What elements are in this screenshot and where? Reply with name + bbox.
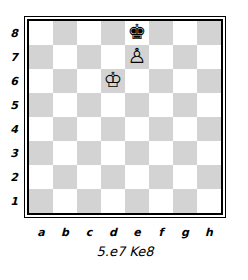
square-e5 bbox=[125, 93, 149, 117]
square-c5 bbox=[77, 93, 101, 117]
square-e4 bbox=[125, 117, 149, 141]
square-a4 bbox=[29, 117, 53, 141]
square-g7 bbox=[173, 45, 197, 69]
square-a6 bbox=[29, 69, 53, 93]
square-e3 bbox=[125, 141, 149, 165]
square-c2 bbox=[77, 165, 101, 189]
square-h3 bbox=[197, 141, 221, 165]
square-e8: ♚ bbox=[125, 21, 149, 45]
square-f8 bbox=[149, 21, 173, 45]
square-b3 bbox=[53, 141, 77, 165]
square-g2 bbox=[173, 165, 197, 189]
square-h5 bbox=[197, 93, 221, 117]
square-a1 bbox=[29, 189, 53, 213]
file-label-a: a bbox=[29, 226, 53, 239]
square-f7 bbox=[149, 45, 173, 69]
rank-labels: 87654321 bbox=[4, 21, 18, 213]
rank-label-4: 4 bbox=[4, 117, 18, 141]
chess-board: ♚♙♔ bbox=[24, 16, 226, 218]
square-h8 bbox=[197, 21, 221, 45]
square-c7 bbox=[77, 45, 101, 69]
chess-diagram: 87654321 ♚♙♔ abcdefgh 5.e7 Ke8 bbox=[0, 0, 248, 280]
square-b7 bbox=[53, 45, 77, 69]
board-grid: ♚♙♔ bbox=[29, 21, 221, 213]
file-label-b: b bbox=[53, 226, 77, 239]
square-a8 bbox=[29, 21, 53, 45]
square-f6 bbox=[149, 69, 173, 93]
square-f3 bbox=[149, 141, 173, 165]
rank-label-8: 8 bbox=[4, 21, 18, 45]
square-b8 bbox=[53, 21, 77, 45]
square-g8 bbox=[173, 21, 197, 45]
square-g6 bbox=[173, 69, 197, 93]
rank-label-5: 5 bbox=[4, 93, 18, 117]
square-d4 bbox=[101, 117, 125, 141]
square-d7 bbox=[101, 45, 125, 69]
square-f1 bbox=[149, 189, 173, 213]
square-b2 bbox=[53, 165, 77, 189]
rank-label-3: 3 bbox=[4, 141, 18, 165]
square-d5 bbox=[101, 93, 125, 117]
rank-label-7: 7 bbox=[4, 45, 18, 69]
white-king-d6: ♔ bbox=[104, 70, 123, 91]
file-label-g: g bbox=[173, 226, 197, 239]
square-b6 bbox=[53, 69, 77, 93]
square-c8 bbox=[77, 21, 101, 45]
square-c6 bbox=[77, 69, 101, 93]
square-f5 bbox=[149, 93, 173, 117]
square-c4 bbox=[77, 117, 101, 141]
square-c3 bbox=[77, 141, 101, 165]
square-f4 bbox=[149, 117, 173, 141]
file-label-f: f bbox=[149, 226, 173, 239]
file-label-d: d bbox=[101, 226, 125, 239]
square-g4 bbox=[173, 117, 197, 141]
square-h7 bbox=[197, 45, 221, 69]
square-b1 bbox=[53, 189, 77, 213]
square-c1 bbox=[77, 189, 101, 213]
square-e2 bbox=[125, 165, 149, 189]
square-e6 bbox=[125, 69, 149, 93]
square-h1 bbox=[197, 189, 221, 213]
square-a3 bbox=[29, 141, 53, 165]
black-king-e8: ♚ bbox=[128, 22, 147, 43]
square-h4 bbox=[197, 117, 221, 141]
file-label-h: h bbox=[197, 226, 221, 239]
square-e7: ♙ bbox=[125, 45, 149, 69]
file-label-c: c bbox=[77, 226, 101, 239]
rank-label-2: 2 bbox=[4, 165, 18, 189]
rank-label-6: 6 bbox=[4, 69, 18, 93]
board-border: ♚♙♔ bbox=[27, 19, 223, 215]
square-d1 bbox=[101, 189, 125, 213]
square-h2 bbox=[197, 165, 221, 189]
square-h6 bbox=[197, 69, 221, 93]
square-g3 bbox=[173, 141, 197, 165]
square-a5 bbox=[29, 93, 53, 117]
square-b4 bbox=[53, 117, 77, 141]
square-g5 bbox=[173, 93, 197, 117]
square-d3 bbox=[101, 141, 125, 165]
square-a7 bbox=[29, 45, 53, 69]
square-g1 bbox=[173, 189, 197, 213]
square-d6: ♔ bbox=[101, 69, 125, 93]
file-labels: abcdefgh bbox=[29, 226, 221, 239]
move-caption: 5.e7 Ke8 bbox=[24, 244, 226, 259]
square-e1 bbox=[125, 189, 149, 213]
square-a2 bbox=[29, 165, 53, 189]
square-b5 bbox=[53, 93, 77, 117]
white-pawn-e7: ♙ bbox=[128, 46, 147, 67]
file-label-e: e bbox=[125, 226, 149, 239]
square-d2 bbox=[101, 165, 125, 189]
rank-label-1: 1 bbox=[4, 189, 18, 213]
square-f2 bbox=[149, 165, 173, 189]
square-d8 bbox=[101, 21, 125, 45]
